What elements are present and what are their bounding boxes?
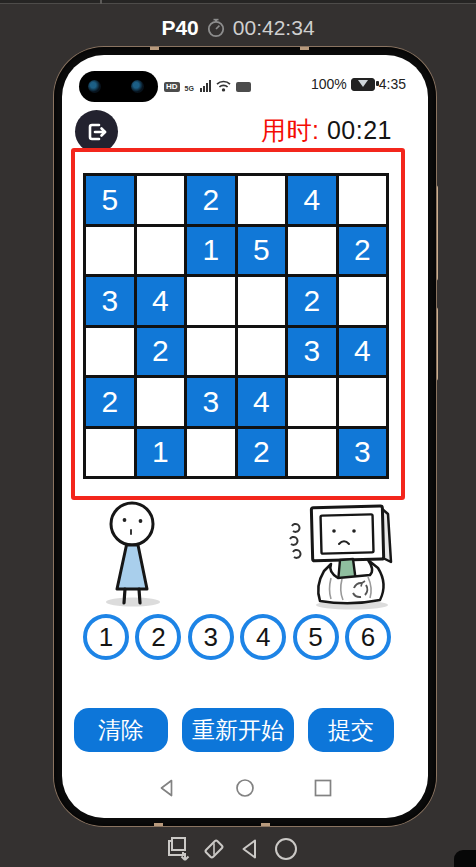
grid-cell-empty[interactable] xyxy=(187,429,235,477)
sudoku-grid: 524152342234234123 xyxy=(83,173,389,479)
grid-cell-given[interactable]: 4 xyxy=(137,277,185,325)
grid-cell-given[interactable]: 2 xyxy=(238,429,286,477)
home-icon[interactable] xyxy=(235,778,255,798)
hd-badge-icon: HD xyxy=(164,82,180,92)
grid-cell-given[interactable]: 4 xyxy=(339,328,387,376)
android-navbar xyxy=(62,771,428,805)
grid-cell-empty[interactable] xyxy=(288,378,336,426)
emulator-window: P40 00:42:34 HD 5G xyxy=(0,0,476,867)
battery-percent: 100% xyxy=(311,76,347,92)
logout-icon xyxy=(85,120,109,144)
grid-cell-given[interactable]: 3 xyxy=(86,277,134,325)
number-button-row: 123456 xyxy=(83,614,391,660)
number-button-1[interactable]: 1 xyxy=(83,614,129,660)
camera-cutout xyxy=(79,71,158,102)
grid-cell-empty[interactable] xyxy=(137,378,185,426)
battery-icon xyxy=(351,78,375,91)
camera-lens-icon xyxy=(131,80,144,93)
window-tab-divider xyxy=(100,0,102,4)
number-button-3[interactable]: 3 xyxy=(188,614,234,660)
grid-cell-given[interactable]: 1 xyxy=(187,227,235,275)
number-button-5[interactable]: 5 xyxy=(293,614,339,660)
emulator-toolbar xyxy=(164,836,299,862)
grid-cell-given[interactable]: 2 xyxy=(187,176,235,224)
window-screenshot-icon[interactable] xyxy=(164,836,190,862)
grid-cell-given[interactable]: 2 xyxy=(137,328,185,376)
emulator-uptime: 00:42:34 xyxy=(233,16,315,40)
action-button-row: 清除 重新开始 提交 xyxy=(74,708,394,752)
grid-cell-empty[interactable] xyxy=(137,176,185,224)
antenna-line-bottom-right xyxy=(261,823,270,826)
number-button-6[interactable]: 6 xyxy=(345,614,391,660)
grid-cell-given[interactable]: 4 xyxy=(238,378,286,426)
grid-cell-empty[interactable] xyxy=(339,277,387,325)
grid-cell-given[interactable]: 1 xyxy=(137,429,185,477)
signal-bars-icon xyxy=(200,80,211,92)
stick-person-illustration xyxy=(88,500,180,608)
restart-button[interactable]: 重新开始 xyxy=(182,708,294,752)
grid-cell-given[interactable]: 4 xyxy=(288,176,336,224)
grid-cell-given[interactable]: 3 xyxy=(187,378,235,426)
clear-button[interactable]: 清除 xyxy=(74,708,168,752)
stopwatch-icon xyxy=(206,18,226,38)
timer-value: 00:21 xyxy=(327,116,392,144)
phone-frame: HD 5G 100% 4:35 xyxy=(54,47,436,826)
antenna-line-top-left xyxy=(150,47,159,50)
recents-icon[interactable] xyxy=(313,778,333,798)
statusbar-clock: 4:35 xyxy=(379,76,406,92)
elapsed-time: 用时: 00:21 xyxy=(261,114,392,147)
grid-cell-empty[interactable] xyxy=(288,429,336,477)
grid-cell-given[interactable]: 3 xyxy=(288,328,336,376)
antenna-line-top-right xyxy=(300,47,309,50)
grid-cell-given[interactable]: 3 xyxy=(339,429,387,477)
timer-label: 用时: xyxy=(261,116,319,144)
home-icon[interactable] xyxy=(273,836,299,862)
corner-notch xyxy=(454,850,476,867)
grid-cell-empty[interactable] xyxy=(339,176,387,224)
statusbar-right: 100% 4:35 xyxy=(311,76,406,92)
back-icon[interactable] xyxy=(157,778,177,798)
statusbar-left: HD 5G xyxy=(164,80,251,92)
grid-cell-empty[interactable] xyxy=(86,227,134,275)
grid-cell-empty[interactable] xyxy=(238,328,286,376)
grid-cell-given[interactable]: 2 xyxy=(339,227,387,275)
grid-cell-empty[interactable] xyxy=(187,277,235,325)
exit-button[interactable] xyxy=(75,110,118,153)
number-button-2[interactable]: 2 xyxy=(135,614,181,660)
grid-cell-given[interactable]: 2 xyxy=(288,277,336,325)
grid-cell-empty[interactable] xyxy=(86,429,134,477)
phone-screen: HD 5G 100% 4:35 xyxy=(62,55,428,818)
grid-cell-empty[interactable] xyxy=(238,277,286,325)
submit-button[interactable]: 提交 xyxy=(308,708,394,752)
device-name: P40 xyxy=(161,16,198,40)
camera-lens-icon xyxy=(88,80,101,93)
grid-cell-given[interactable]: 2 xyxy=(86,378,134,426)
discarded-computer-illustration xyxy=(282,498,404,612)
grid-cell-empty[interactable] xyxy=(288,227,336,275)
wifi-icon xyxy=(216,80,231,92)
rotate-device-icon[interactable] xyxy=(201,836,227,862)
grid-cell-given[interactable]: 5 xyxy=(86,176,134,224)
volte-badge-icon xyxy=(236,82,251,92)
antenna-line-bottom-left xyxy=(154,823,163,826)
grid-cell-empty[interactable] xyxy=(187,328,235,376)
emulator-titlebar: P40 00:42:34 xyxy=(0,10,476,46)
network-type-label: 5G xyxy=(185,85,194,92)
grid-cell-empty[interactable] xyxy=(86,328,134,376)
grid-cell-empty[interactable] xyxy=(137,227,185,275)
grid-cell-empty[interactable] xyxy=(339,378,387,426)
window-top-edge xyxy=(0,0,476,4)
grid-cell-empty[interactable] xyxy=(238,176,286,224)
number-button-4[interactable]: 4 xyxy=(240,614,286,660)
grid-cell-given[interactable]: 5 xyxy=(238,227,286,275)
back-icon[interactable] xyxy=(238,837,262,861)
